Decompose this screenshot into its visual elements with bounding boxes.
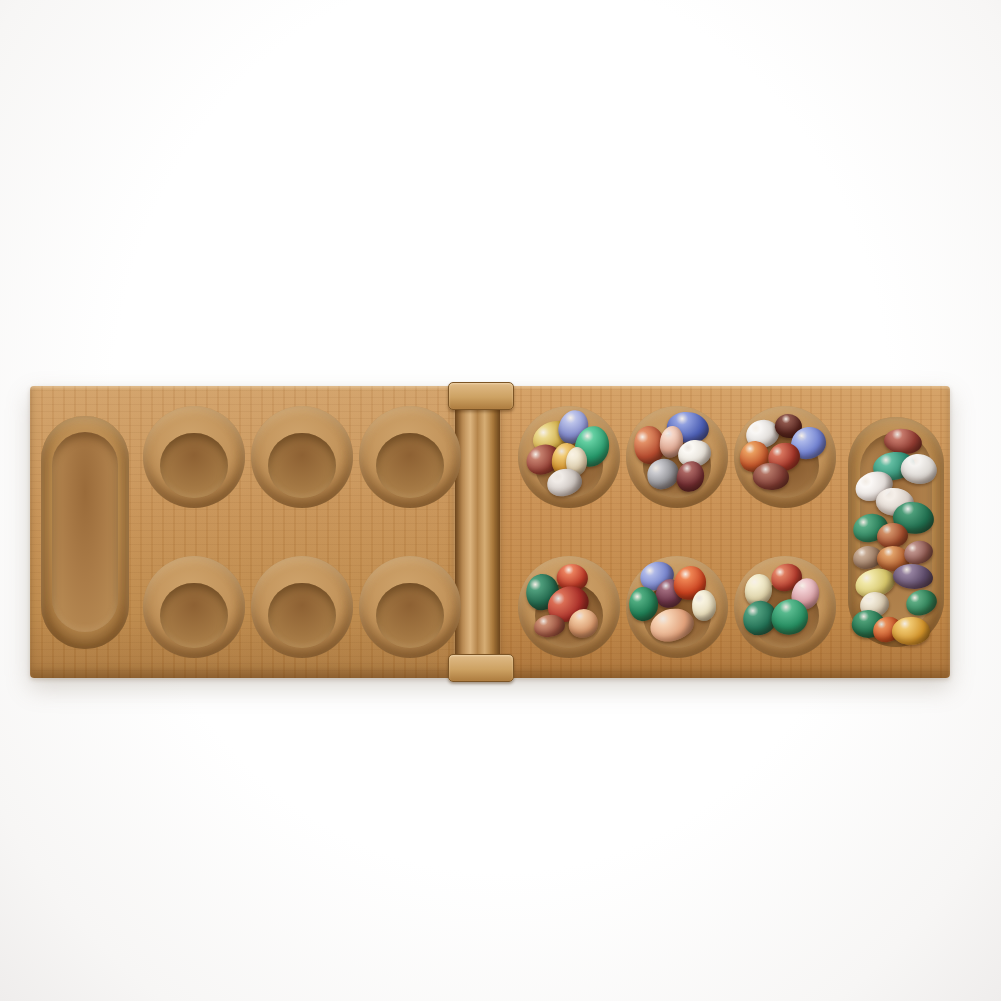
stones-layer bbox=[518, 406, 620, 508]
pit-top-2[interactable] bbox=[251, 406, 353, 508]
gem-stone bbox=[892, 562, 935, 593]
stones-layer bbox=[734, 556, 836, 658]
stones-layer bbox=[41, 416, 129, 649]
gem-stone bbox=[533, 614, 565, 639]
stones-layer bbox=[359, 406, 461, 508]
stones-layer bbox=[734, 406, 836, 508]
stones-layer bbox=[626, 556, 728, 658]
gem-stone bbox=[891, 615, 932, 646]
pit-top-1[interactable] bbox=[143, 406, 245, 508]
stones-layer bbox=[359, 556, 461, 658]
hinge-block-bottom bbox=[448, 654, 514, 682]
pit-bottom-4[interactable] bbox=[518, 556, 620, 658]
pit-top-3[interactable] bbox=[359, 406, 461, 508]
hinge-block-top bbox=[448, 382, 514, 410]
stones-layer bbox=[626, 406, 728, 508]
gem-stone bbox=[903, 587, 938, 618]
stones-layer bbox=[143, 406, 245, 508]
mancala-board bbox=[30, 386, 950, 678]
left-pit-grid bbox=[143, 406, 461, 658]
pit-top-6[interactable] bbox=[734, 406, 836, 508]
pit-bottom-6[interactable] bbox=[734, 556, 836, 658]
photo-background bbox=[0, 0, 1001, 1001]
right-pit-grid bbox=[518, 406, 836, 658]
pit-top-4[interactable] bbox=[518, 406, 620, 508]
stones-layer bbox=[848, 417, 944, 647]
pit-bottom-2[interactable] bbox=[251, 556, 353, 658]
board-right-half bbox=[500, 386, 950, 678]
gem-stone bbox=[877, 523, 908, 548]
stones-layer bbox=[251, 556, 353, 658]
board-left-half bbox=[30, 386, 455, 678]
left-store[interactable] bbox=[41, 416, 129, 649]
pit-bottom-5[interactable] bbox=[626, 556, 728, 658]
pit-bottom-1[interactable] bbox=[143, 556, 245, 658]
stones-layer bbox=[251, 406, 353, 508]
pit-top-5[interactable] bbox=[626, 406, 728, 508]
gem-stone bbox=[691, 589, 718, 622]
right-store[interactable] bbox=[848, 417, 944, 647]
stones-layer bbox=[518, 556, 620, 658]
stones-layer bbox=[143, 556, 245, 658]
pit-bottom-3[interactable] bbox=[359, 556, 461, 658]
fold-hinge-seam bbox=[455, 386, 500, 678]
